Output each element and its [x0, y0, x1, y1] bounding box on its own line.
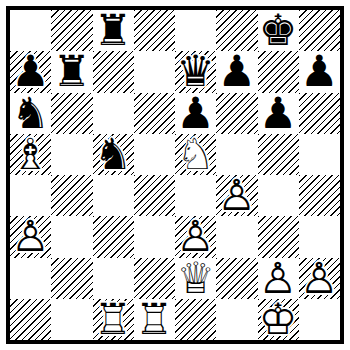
square-d2[interactable]	[134, 258, 175, 299]
square-b7[interactable]: ♜	[51, 51, 92, 92]
square-g4[interactable]	[258, 175, 299, 216]
square-c8[interactable]: ♜	[93, 10, 134, 51]
square-b3[interactable]	[51, 216, 92, 257]
piece-outline: ♙	[10, 216, 51, 257]
piece-black-pawn[interactable]: ♟	[258, 93, 299, 134]
square-f3[interactable]	[216, 216, 257, 257]
piece-white-bishop[interactable]: ♝♗	[10, 134, 51, 175]
piece-black-king[interactable]: ♚	[258, 10, 299, 51]
piece-outline: ♕	[175, 258, 216, 299]
square-e4[interactable]	[175, 175, 216, 216]
square-g2[interactable]: ♟♙	[258, 258, 299, 299]
piece-outline: ♔	[258, 299, 299, 340]
square-g3[interactable]	[258, 216, 299, 257]
square-d3[interactable]	[134, 216, 175, 257]
square-h4[interactable]	[299, 175, 340, 216]
piece-outline: ♙	[299, 258, 340, 299]
square-d1[interactable]: ♜♖	[134, 299, 175, 340]
square-a5[interactable]: ♝♗	[10, 134, 51, 175]
piece-white-pawn[interactable]: ♟♙	[258, 258, 299, 299]
chess-board: ♜♚♟♜♛♟♟♞♟♟♝♗♞♞♘♟♙♟♙♟♙♛♕♟♙♟♙♜♖♜♖♚♔	[10, 10, 340, 340]
square-h2[interactable]: ♟♙	[299, 258, 340, 299]
square-a6[interactable]: ♞	[10, 93, 51, 134]
square-e1[interactable]	[175, 299, 216, 340]
square-a3[interactable]: ♟♙	[10, 216, 51, 257]
piece-white-rook[interactable]: ♜♖	[134, 299, 175, 340]
square-e8[interactable]	[175, 10, 216, 51]
square-c7[interactable]	[93, 51, 134, 92]
square-c2[interactable]	[93, 258, 134, 299]
square-h6[interactable]	[299, 93, 340, 134]
square-b5[interactable]	[51, 134, 92, 175]
piece-black-pawn[interactable]: ♟	[175, 93, 216, 134]
square-g5[interactable]	[258, 134, 299, 175]
square-b6[interactable]	[51, 93, 92, 134]
piece-white-queen[interactable]: ♛♕	[175, 258, 216, 299]
piece-black-pawn[interactable]: ♟	[10, 51, 51, 92]
piece-black-rook[interactable]: ♜	[93, 10, 134, 51]
square-a7[interactable]: ♟	[10, 51, 51, 92]
square-f7[interactable]: ♟	[216, 51, 257, 92]
square-c3[interactable]	[93, 216, 134, 257]
piece-black-pawn[interactable]: ♟	[216, 51, 257, 92]
square-b1[interactable]	[51, 299, 92, 340]
piece-white-pawn[interactable]: ♟♙	[175, 216, 216, 257]
piece-outline: ♙	[175, 216, 216, 257]
square-h1[interactable]	[299, 299, 340, 340]
piece-white-rook[interactable]: ♜♖	[93, 299, 134, 340]
square-e2[interactable]: ♛♕	[175, 258, 216, 299]
piece-outline: ♖	[134, 299, 175, 340]
piece-black-rook[interactable]: ♜	[51, 51, 92, 92]
square-h5[interactable]	[299, 134, 340, 175]
square-g6[interactable]: ♟	[258, 93, 299, 134]
square-a8[interactable]	[10, 10, 51, 51]
square-c6[interactable]	[93, 93, 134, 134]
square-d5[interactable]	[134, 134, 175, 175]
square-f1[interactable]	[216, 299, 257, 340]
square-a4[interactable]	[10, 175, 51, 216]
piece-white-pawn[interactable]: ♟♙	[299, 258, 340, 299]
piece-black-pawn[interactable]: ♟	[299, 51, 340, 92]
piece-white-pawn[interactable]: ♟♙	[10, 216, 51, 257]
piece-black-queen[interactable]: ♛	[175, 51, 216, 92]
square-h8[interactable]	[299, 10, 340, 51]
square-e3[interactable]: ♟♙	[175, 216, 216, 257]
square-b8[interactable]	[51, 10, 92, 51]
square-h3[interactable]	[299, 216, 340, 257]
square-f4[interactable]: ♟♙	[216, 175, 257, 216]
piece-white-king[interactable]: ♚♔	[258, 299, 299, 340]
square-d8[interactable]	[134, 10, 175, 51]
square-f5[interactable]	[216, 134, 257, 175]
square-e6[interactable]: ♟	[175, 93, 216, 134]
piece-white-knight[interactable]: ♞♘	[175, 134, 216, 175]
piece-black-knight[interactable]: ♞	[10, 93, 51, 134]
square-f6[interactable]	[216, 93, 257, 134]
square-b4[interactable]	[51, 175, 92, 216]
square-e5[interactable]: ♞♘	[175, 134, 216, 175]
piece-black-knight[interactable]: ♞	[93, 134, 134, 175]
square-e7[interactable]: ♛	[175, 51, 216, 92]
piece-outline: ♗	[10, 134, 51, 175]
square-c1[interactable]: ♜♖	[93, 299, 134, 340]
square-a1[interactable]	[10, 299, 51, 340]
square-b2[interactable]	[51, 258, 92, 299]
square-a2[interactable]	[10, 258, 51, 299]
square-h7[interactable]: ♟	[299, 51, 340, 92]
square-g7[interactable]	[258, 51, 299, 92]
square-c5[interactable]: ♞	[93, 134, 134, 175]
chess-board-frame: ♜♚♟♜♛♟♟♞♟♟♝♗♞♞♘♟♙♟♙♟♙♛♕♟♙♟♙♜♖♜♖♚♔	[6, 6, 344, 344]
square-f8[interactable]	[216, 10, 257, 51]
square-c4[interactable]	[93, 175, 134, 216]
square-g8[interactable]: ♚	[258, 10, 299, 51]
piece-outline: ♘	[175, 134, 216, 175]
square-d6[interactable]	[134, 93, 175, 134]
square-g1[interactable]: ♚♔	[258, 299, 299, 340]
square-d7[interactable]	[134, 51, 175, 92]
piece-outline: ♙	[258, 258, 299, 299]
piece-outline: ♙	[216, 175, 257, 216]
square-d4[interactable]	[134, 175, 175, 216]
piece-outline: ♖	[93, 299, 134, 340]
piece-white-pawn[interactable]: ♟♙	[216, 175, 257, 216]
square-f2[interactable]	[216, 258, 257, 299]
